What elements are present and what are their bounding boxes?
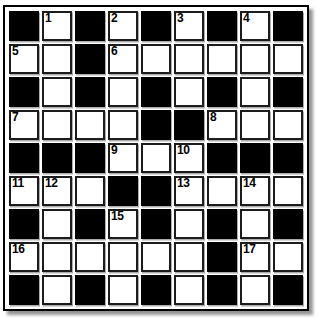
black-cell-r1c1 [9, 11, 39, 41]
white-cell-r9c8[interactable] [240, 275, 270, 305]
black-cell-r7c3 [75, 209, 105, 239]
black-cell-r3c1 [9, 77, 39, 107]
white-cell-r8c2[interactable] [42, 242, 72, 272]
black-cell-r3c9 [273, 77, 303, 107]
white-cell-r6c2[interactable]: 12 [42, 176, 72, 206]
black-cell-r9c1 [9, 275, 39, 305]
black-cell-r1c7 [207, 11, 237, 41]
white-cell-r2c6[interactable] [174, 44, 204, 74]
white-cell-r1c8[interactable]: 4 [240, 11, 270, 41]
clue-number-7: 7 [12, 111, 18, 124]
clue-number-3: 3 [177, 12, 183, 25]
black-cell-r9c3 [75, 275, 105, 305]
clue-number-10: 10 [177, 144, 190, 157]
black-cell-r5c9 [273, 143, 303, 173]
clue-number-6: 6 [111, 45, 117, 58]
white-cell-r3c2[interactable] [42, 77, 72, 107]
black-cell-r3c3 [75, 77, 105, 107]
white-cell-r6c7[interactable] [207, 176, 237, 206]
clue-number-8: 8 [210, 111, 216, 124]
white-cell-r4c1[interactable]: 7 [9, 110, 39, 140]
white-cell-r4c3[interactable] [75, 110, 105, 140]
clue-number-5: 5 [12, 45, 18, 58]
white-cell-r2c9[interactable] [273, 44, 303, 74]
black-cell-r5c7 [207, 143, 237, 173]
crossword-grid: 1234567891011121314151617 [9, 11, 303, 305]
clue-number-13: 13 [177, 177, 190, 190]
clue-number-4: 4 [243, 12, 249, 25]
black-cell-r9c7 [207, 275, 237, 305]
white-cell-r7c4[interactable]: 15 [108, 209, 138, 239]
black-cell-r5c2 [42, 143, 72, 173]
white-cell-r8c8[interactable]: 17 [240, 242, 270, 272]
white-cell-r9c4[interactable] [108, 275, 138, 305]
white-cell-r2c8[interactable] [240, 44, 270, 74]
white-cell-r3c8[interactable] [240, 77, 270, 107]
clue-number-1: 1 [45, 12, 51, 25]
white-cell-r2c7[interactable] [207, 44, 237, 74]
black-cell-r7c5 [141, 209, 171, 239]
clue-number-14: 14 [243, 177, 256, 190]
crossword-board: 1234567891011121314151617 [3, 5, 309, 311]
white-cell-r1c2[interactable]: 1 [42, 11, 72, 41]
white-cell-r4c2[interactable] [42, 110, 72, 140]
clue-number-9: 9 [111, 144, 117, 157]
clue-number-11: 11 [12, 177, 24, 190]
black-cell-r7c7 [207, 209, 237, 239]
white-cell-r4c9[interactable] [273, 110, 303, 140]
white-cell-r2c1[interactable]: 5 [9, 44, 39, 74]
black-cell-r3c7 [207, 77, 237, 107]
white-cell-r3c6[interactable] [174, 77, 204, 107]
black-cell-r1c5 [141, 11, 171, 41]
white-cell-r7c6[interactable] [174, 209, 204, 239]
black-cell-r2c3 [75, 44, 105, 74]
black-cell-r9c9 [273, 275, 303, 305]
white-cell-r6c9[interactable] [273, 176, 303, 206]
white-cell-r1c6[interactable]: 3 [174, 11, 204, 41]
white-cell-r7c2[interactable] [42, 209, 72, 239]
black-cell-r4c5 [141, 110, 171, 140]
clue-number-16: 16 [12, 243, 25, 256]
white-cell-r8c6[interactable] [174, 242, 204, 272]
clue-number-15: 15 [111, 210, 124, 223]
black-cell-r9c5 [141, 275, 171, 305]
white-cell-r5c4[interactable]: 9 [108, 143, 138, 173]
white-cell-r8c1[interactable]: 16 [9, 242, 39, 272]
black-cell-r5c3 [75, 143, 105, 173]
black-cell-r3c5 [141, 77, 171, 107]
crossword-page: { "game": "crossword", "board": { "rows"… [0, 0, 318, 327]
white-cell-r2c2[interactable] [42, 44, 72, 74]
black-cell-r8c7 [207, 242, 237, 272]
white-cell-r8c9[interactable] [273, 242, 303, 272]
white-cell-r6c8[interactable]: 14 [240, 176, 270, 206]
white-cell-r9c2[interactable] [42, 275, 72, 305]
clue-number-12: 12 [45, 177, 58, 190]
white-cell-r6c6[interactable]: 13 [174, 176, 204, 206]
black-cell-r5c8 [240, 143, 270, 173]
white-cell-r2c4[interactable]: 6 [108, 44, 138, 74]
white-cell-r9c6[interactable] [174, 275, 204, 305]
white-cell-r6c3[interactable] [75, 176, 105, 206]
clue-number-2: 2 [111, 12, 117, 25]
white-cell-r8c4[interactable] [108, 242, 138, 272]
white-cell-r2c5[interactable] [141, 44, 171, 74]
white-cell-r5c6[interactable]: 10 [174, 143, 204, 173]
white-cell-r6c1[interactable]: 11 [9, 176, 39, 206]
white-cell-r8c5[interactable] [141, 242, 171, 272]
white-cell-r7c8[interactable] [240, 209, 270, 239]
black-cell-r1c3 [75, 11, 105, 41]
black-cell-r1c9 [273, 11, 303, 41]
black-cell-r4c6 [174, 110, 204, 140]
white-cell-r3c4[interactable] [108, 77, 138, 107]
black-cell-r6c5 [141, 176, 171, 206]
white-cell-r4c8[interactable] [240, 110, 270, 140]
black-cell-r7c9 [273, 209, 303, 239]
clue-number-17: 17 [243, 243, 256, 256]
white-cell-r8c3[interactable] [75, 242, 105, 272]
black-cell-r6c4 [108, 176, 138, 206]
white-cell-r4c4[interactable] [108, 110, 138, 140]
white-cell-r5c5[interactable] [141, 143, 171, 173]
black-cell-r5c1 [9, 143, 39, 173]
black-cell-r7c1 [9, 209, 39, 239]
white-cell-r4c7[interactable]: 8 [207, 110, 237, 140]
white-cell-r1c4[interactable]: 2 [108, 11, 138, 41]
